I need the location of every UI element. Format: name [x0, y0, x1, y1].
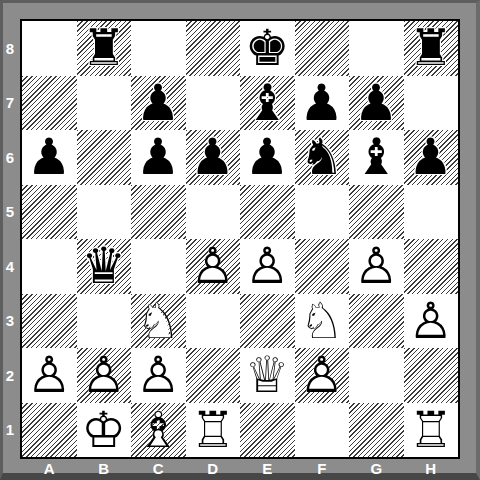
board: ♜♚♜♟♝♟♟♟♟♟♟♞♝♟♛♟♙♟♙♟♙♞♘♞♘♟♙♟♙♟♙♟♙♛♕♟♙♚♔♝…: [20, 19, 460, 459]
piece-outline: ♖: [190, 403, 235, 458]
piece-outline: ♘: [299, 294, 344, 349]
square-g5[interactable]: [349, 185, 404, 240]
piece-black-bishop-g6[interactable]: ♝: [354, 130, 399, 185]
square-b3[interactable]: [77, 294, 132, 349]
piece-outline: ♔: [81, 403, 126, 458]
square-g1[interactable]: [349, 403, 404, 458]
piece-black-pawn-c6[interactable]: ♟: [136, 130, 181, 185]
square-h7[interactable]: [404, 76, 459, 131]
piece-outline: ♙: [245, 239, 290, 294]
piece-black-rook-h8[interactable]: ♜: [408, 21, 453, 76]
piece-black-pawn-d6[interactable]: ♟: [190, 130, 235, 185]
piece-white-pawn-f2[interactable]: ♟♙: [299, 348, 344, 403]
piece-outline: ♖: [408, 403, 453, 458]
square-b1[interactable]: ♚♔: [77, 403, 132, 458]
piece-black-bishop-e7[interactable]: ♝: [245, 76, 290, 131]
piece-black-pawn-f7[interactable]: ♟: [299, 76, 344, 131]
piece-outline: ♙: [299, 348, 344, 403]
piece-white-pawn-e4[interactable]: ♟♙: [245, 239, 290, 294]
square-a2[interactable]: ♟♙: [22, 348, 77, 403]
file-label-A: A: [22, 459, 77, 477]
file-label-C: C: [131, 459, 186, 477]
square-d6[interactable]: ♟: [186, 130, 241, 185]
rank-label-2: 2: [0, 348, 20, 403]
square-g7[interactable]: ♟: [349, 76, 404, 131]
square-a4[interactable]: [22, 239, 77, 294]
square-g4[interactable]: ♟♙: [349, 239, 404, 294]
rank-label-5: 5: [0, 185, 20, 240]
square-d7[interactable]: [186, 76, 241, 131]
piece-black-pawn-c7[interactable]: ♟: [136, 76, 181, 131]
file-labels: ABCDEFGH: [22, 459, 458, 477]
square-a5[interactable]: [22, 185, 77, 240]
piece-outline: ♙: [190, 239, 235, 294]
square-c5[interactable]: [131, 185, 186, 240]
square-b4[interactable]: ♛: [77, 239, 132, 294]
square-g6[interactable]: ♝: [349, 130, 404, 185]
square-e6[interactable]: ♟: [240, 130, 295, 185]
piece-white-pawn-c2[interactable]: ♟♙: [136, 348, 181, 403]
piece-black-queen-b4[interactable]: ♛: [81, 239, 126, 294]
piece-white-knight-f3[interactable]: ♞♘: [299, 294, 344, 349]
square-h4[interactable]: [404, 239, 459, 294]
square-d8[interactable]: [186, 21, 241, 76]
square-c1[interactable]: ♝♗: [131, 403, 186, 458]
square-h3[interactable]: ♟♙: [404, 294, 459, 349]
square-b6[interactable]: [77, 130, 132, 185]
square-d1[interactable]: ♜♖: [186, 403, 241, 458]
square-c2[interactable]: ♟♙: [131, 348, 186, 403]
square-c3[interactable]: ♞♘: [131, 294, 186, 349]
piece-black-knight-f6[interactable]: ♞: [299, 130, 344, 185]
piece-white-king-b1[interactable]: ♚♔: [81, 403, 126, 458]
square-h8[interactable]: ♜: [404, 21, 459, 76]
square-d4[interactable]: ♟♙: [186, 239, 241, 294]
square-h5[interactable]: [404, 185, 459, 240]
square-f5[interactable]: [295, 185, 350, 240]
rank-label-1: 1: [0, 403, 20, 458]
square-b2[interactable]: ♟♙: [77, 348, 132, 403]
square-c8[interactable]: [131, 21, 186, 76]
square-h2[interactable]: [404, 348, 459, 403]
piece-white-pawn-b2[interactable]: ♟♙: [81, 348, 126, 403]
square-e7[interactable]: ♝: [240, 76, 295, 131]
rank-label-8: 8: [0, 21, 20, 76]
piece-white-knight-c3[interactable]: ♞♘: [136, 294, 181, 349]
file-label-D: D: [186, 459, 241, 477]
rank-label-7: 7: [0, 76, 20, 131]
piece-outline: ♙: [27, 348, 72, 403]
rank-label-4: 4: [0, 239, 20, 294]
piece-outline: ♙: [408, 294, 453, 349]
board-frame: 87654321 ♜♚♜♟♝♟♟♟♟♟♟♞♝♟♛♟♙♟♙♟♙♞♘♞♘♟♙♟♙♟♙…: [0, 0, 480, 480]
square-g8[interactable]: [349, 21, 404, 76]
square-c6[interactable]: ♟: [131, 130, 186, 185]
piece-black-pawn-e6[interactable]: ♟: [245, 130, 290, 185]
rank-label-6: 6: [0, 130, 20, 185]
file-label-B: B: [77, 459, 132, 477]
square-f6[interactable]: ♞: [295, 130, 350, 185]
square-e5[interactable]: [240, 185, 295, 240]
square-b8[interactable]: ♜: [77, 21, 132, 76]
square-b5[interactable]: [77, 185, 132, 240]
square-f4[interactable]: [295, 239, 350, 294]
square-f1[interactable]: [295, 403, 350, 458]
piece-black-pawn-h6[interactable]: ♟: [408, 130, 453, 185]
square-f2[interactable]: ♟♙: [295, 348, 350, 403]
square-b7[interactable]: [77, 76, 132, 131]
piece-outline: ♕: [245, 348, 290, 403]
piece-outline: ♙: [81, 348, 126, 403]
square-d5[interactable]: [186, 185, 241, 240]
square-e3[interactable]: [240, 294, 295, 349]
rank-labels: 87654321: [0, 21, 20, 457]
square-e4[interactable]: ♟♙: [240, 239, 295, 294]
square-c7[interactable]: ♟: [131, 76, 186, 131]
square-e1[interactable]: [240, 403, 295, 458]
square-h1[interactable]: ♜♖: [404, 403, 459, 458]
square-a6[interactable]: ♟: [22, 130, 77, 185]
file-label-E: E: [240, 459, 295, 477]
square-f3[interactable]: ♞♘: [295, 294, 350, 349]
square-c4[interactable]: [131, 239, 186, 294]
square-d3[interactable]: [186, 294, 241, 349]
piece-white-bishop-c1[interactable]: ♝♗: [136, 403, 181, 458]
piece-outline: ♗: [136, 403, 181, 458]
piece-black-rook-b8[interactable]: ♜: [81, 21, 126, 76]
rank-label-3: 3: [0, 294, 20, 349]
file-label-H: H: [404, 459, 459, 477]
square-g2[interactable]: [349, 348, 404, 403]
piece-outline: ♙: [136, 348, 181, 403]
piece-black-pawn-g7[interactable]: ♟: [354, 76, 399, 131]
piece-black-pawn-a6[interactable]: ♟: [27, 130, 72, 185]
piece-white-queen-e2[interactable]: ♛♕: [245, 348, 290, 403]
file-label-F: F: [295, 459, 350, 477]
square-g3[interactable]: [349, 294, 404, 349]
square-a1[interactable]: [22, 403, 77, 458]
piece-white-pawn-a2[interactable]: ♟♙: [27, 348, 72, 403]
piece-outline: ♘: [136, 294, 181, 349]
piece-white-pawn-g4[interactable]: ♟♙: [354, 239, 399, 294]
file-label-G: G: [349, 459, 404, 477]
square-e2[interactable]: ♛♕: [240, 348, 295, 403]
square-a7[interactable]: [22, 76, 77, 131]
piece-black-king-e8[interactable]: ♚: [245, 21, 290, 76]
piece-white-pawn-h3[interactable]: ♟♙: [408, 294, 453, 349]
square-e8[interactable]: ♚: [240, 21, 295, 76]
square-a3[interactable]: [22, 294, 77, 349]
piece-outline: ♙: [354, 239, 399, 294]
piece-white-rook-d1[interactable]: ♜♖: [190, 403, 235, 458]
square-a8[interactable]: [22, 21, 77, 76]
piece-white-rook-h1[interactable]: ♜♖: [408, 403, 453, 458]
piece-white-pawn-d4[interactable]: ♟♙: [190, 239, 235, 294]
square-h6[interactable]: ♟: [404, 130, 459, 185]
square-d2[interactable]: [186, 348, 241, 403]
square-f8[interactable]: [295, 21, 350, 76]
square-f7[interactable]: ♟: [295, 76, 350, 131]
